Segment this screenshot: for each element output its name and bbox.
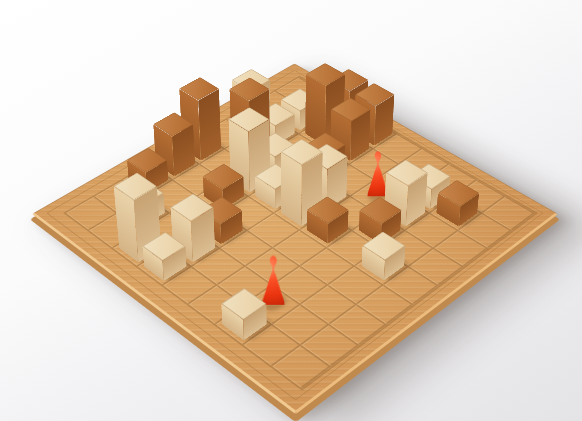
camera-perspective — [0, 0, 582, 421]
dark-house-h8[interactable] — [437, 200, 478, 227]
board-tilt-plane — [32, 64, 558, 415]
board-grid — [63, 76, 538, 391]
photo-scene — [0, 0, 582, 421]
game-board — [32, 64, 558, 415]
block-south-face — [198, 89, 221, 161]
